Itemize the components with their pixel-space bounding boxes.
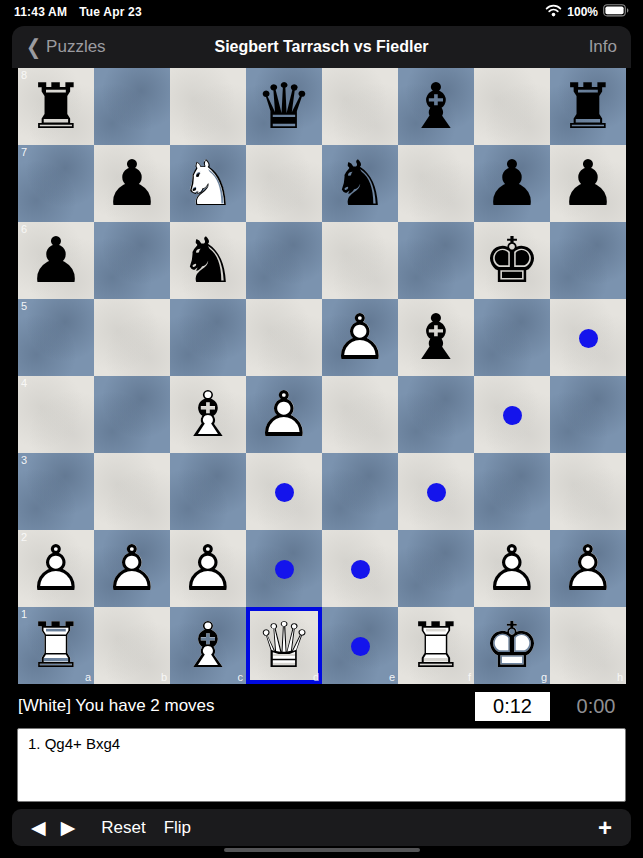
piece-white-pawn[interactable]: ♟♙ — [94, 530, 170, 607]
square-f6[interactable] — [398, 222, 474, 299]
move-hint-dot-d3[interactable] — [275, 483, 294, 502]
rank-label-6: 6 — [21, 223, 27, 235]
piece-white-pawn[interactable]: ♟♙ — [474, 530, 550, 607]
square-g2[interactable]: ♟♙ — [474, 530, 550, 607]
piece-black-rook[interactable]: ♜ — [18, 68, 94, 145]
piece-white-bishop[interactable]: ♝♗ — [170, 376, 246, 453]
move-hint-dot-e1[interactable] — [351, 637, 370, 656]
square-h6[interactable] — [550, 222, 626, 299]
square-h2[interactable]: ♟♙ — [550, 530, 626, 607]
nav-bar: ❮ Puzzles Siegbert Tarrasch vs Fiedler I… — [12, 26, 631, 68]
square-f3[interactable] — [398, 453, 474, 530]
square-b4[interactable] — [94, 376, 170, 453]
step-forward-button[interactable]: ▶ — [61, 818, 76, 837]
step-back-button[interactable]: ◀ — [31, 818, 46, 837]
piece-black-knight[interactable]: ♞ — [322, 145, 398, 222]
square-b8[interactable] — [94, 68, 170, 145]
move-hint-dot-f3[interactable] — [427, 483, 446, 502]
square-e8[interactable] — [322, 68, 398, 145]
square-d4[interactable]: ♟♙ — [246, 376, 322, 453]
battery-percent: 100% — [567, 5, 598, 19]
piece-white-rook[interactable]: ♜♖ — [18, 607, 94, 684]
square-g5[interactable] — [474, 299, 550, 376]
square-h4[interactable] — [550, 376, 626, 453]
square-g3[interactable] — [474, 453, 550, 530]
square-f8[interactable]: ♝ — [398, 68, 474, 145]
rank-label-8: 8 — [21, 69, 27, 81]
back-button-puzzles[interactable]: ❮ Puzzles — [26, 36, 106, 58]
file-label-d: d — [313, 671, 319, 683]
piece-white-pawn[interactable]: ♟♙ — [322, 299, 398, 376]
file-label-h: h — [617, 671, 623, 683]
square-f2[interactable] — [398, 530, 474, 607]
file-label-b: b — [161, 671, 167, 683]
square-c2[interactable]: ♟♙ — [170, 530, 246, 607]
clock-date: Tue Apr 23 — [79, 5, 142, 19]
square-a6[interactable]: 6♟ — [18, 222, 94, 299]
square-f5[interactable]: ♝ — [398, 299, 474, 376]
bottom-toolbar: ◀ ▶ Reset Flip + — [12, 809, 631, 846]
square-e6[interactable] — [322, 222, 398, 299]
file-label-e: e — [389, 671, 395, 683]
piece-black-bishop[interactable]: ♝ — [398, 68, 474, 145]
square-f4[interactable] — [398, 376, 474, 453]
board-container: 8♜♛♝♜7♟♞♘♞♟♟6♟♞♚5♟♙♝4♝♗♟♙32♟♙♟♙♟♙♟♙♟♙1a♜… — [18, 68, 626, 684]
square-a5[interactable]: 5 — [18, 299, 94, 376]
piece-white-king[interactable]: ♚♔ — [474, 607, 550, 684]
square-c5[interactable] — [170, 299, 246, 376]
add-button[interactable]: + — [598, 816, 612, 840]
square-f1[interactable]: f♜♖ — [398, 607, 474, 684]
square-b3[interactable] — [94, 453, 170, 530]
rank-label-7: 7 — [21, 146, 27, 158]
file-label-c: c — [238, 671, 244, 683]
clock-time: 11:43 AM — [14, 5, 67, 19]
piece-white-bishop[interactable]: ♝♗ — [170, 607, 246, 684]
piece-white-pawn[interactable]: ♟♙ — [18, 530, 94, 607]
active-timer: 0:12 — [475, 692, 550, 721]
piece-black-pawn[interactable]: ♟ — [18, 222, 94, 299]
square-a8[interactable]: 8♜ — [18, 68, 94, 145]
turn-message: [White] You have 2 moves — [18, 696, 215, 716]
square-c6[interactable]: ♞ — [170, 222, 246, 299]
square-e1[interactable]: e — [322, 607, 398, 684]
square-h7[interactable]: ♟ — [550, 145, 626, 222]
square-e3[interactable] — [322, 453, 398, 530]
square-d8[interactable]: ♛ — [246, 68, 322, 145]
square-b5[interactable] — [94, 299, 170, 376]
home-indicator[interactable] — [224, 848, 420, 852]
square-f7[interactable] — [398, 145, 474, 222]
square-e4[interactable] — [322, 376, 398, 453]
square-d6[interactable] — [246, 222, 322, 299]
flip-button[interactable]: Flip — [164, 818, 191, 838]
wifi-icon — [545, 4, 562, 20]
square-c1[interactable]: c♝♗ — [170, 607, 246, 684]
move-hint-dot-g4[interactable] — [503, 406, 522, 425]
square-g1[interactable]: g♚♔ — [474, 607, 550, 684]
piece-white-rook[interactable]: ♜♖ — [398, 607, 474, 684]
rank-label-1: 1 — [21, 608, 27, 620]
move-hint-dot-d2[interactable] — [275, 560, 294, 579]
rank-label-2: 2 — [21, 531, 27, 543]
rank-label-3: 3 — [21, 454, 27, 466]
square-d7[interactable] — [246, 145, 322, 222]
square-h8[interactable]: ♜ — [550, 68, 626, 145]
piece-white-pawn[interactable]: ♟♙ — [550, 530, 626, 607]
piece-black-pawn[interactable]: ♟ — [94, 145, 170, 222]
square-a3[interactable]: 3 — [18, 453, 94, 530]
square-d2[interactable] — [246, 530, 322, 607]
square-b7[interactable]: ♟ — [94, 145, 170, 222]
info-button[interactable]: Info — [589, 37, 617, 57]
move-hint-dot-h5[interactable] — [579, 329, 598, 348]
piece-black-knight[interactable]: ♞ — [170, 222, 246, 299]
square-g8[interactable] — [474, 68, 550, 145]
reset-button[interactable]: Reset — [101, 818, 145, 838]
square-h1[interactable]: h — [550, 607, 626, 684]
square-c8[interactable] — [170, 68, 246, 145]
square-a4[interactable]: 4 — [18, 376, 94, 453]
square-b2[interactable]: ♟♙ — [94, 530, 170, 607]
file-label-g: g — [541, 671, 547, 683]
piece-white-pawn[interactable]: ♟♙ — [246, 376, 322, 453]
square-d5[interactable] — [246, 299, 322, 376]
battery-icon — [603, 4, 629, 20]
rank-label-5: 5 — [21, 300, 27, 312]
square-a2[interactable]: 2♟♙ — [18, 530, 94, 607]
square-a7[interactable]: 7 — [18, 145, 94, 222]
square-a1[interactable]: 1a♜♖ — [18, 607, 94, 684]
game-status-row: [White] You have 2 moves 0:12 0:00 — [0, 684, 643, 728]
piece-white-pawn[interactable]: ♟♙ — [170, 530, 246, 607]
file-label-a: a — [85, 671, 91, 683]
piece-black-queen[interactable]: ♛ — [246, 68, 322, 145]
square-h3[interactable] — [550, 453, 626, 530]
piece-white-queen[interactable]: ♛♕ — [246, 607, 322, 684]
move-list[interactable]: 1. Qg4+ Bxg4 — [17, 728, 626, 802]
square-c4[interactable]: ♝♗ — [170, 376, 246, 453]
square-d3[interactable] — [246, 453, 322, 530]
square-g7[interactable]: ♟ — [474, 145, 550, 222]
square-e5[interactable]: ♟♙ — [322, 299, 398, 376]
square-g6[interactable]: ♚ — [474, 222, 550, 299]
move-hint-dot-e2[interactable] — [351, 560, 370, 579]
square-g4[interactable] — [474, 376, 550, 453]
rank-label-4: 4 — [21, 377, 27, 389]
secondary-timer: 0:00 — [567, 695, 625, 718]
piece-white-knight[interactable]: ♞♘ — [170, 145, 246, 222]
square-e2[interactable] — [322, 530, 398, 607]
file-label-f: f — [468, 671, 471, 683]
square-d1[interactable]: d♛♕ — [246, 607, 322, 684]
piece-black-pawn[interactable]: ♟ — [474, 145, 550, 222]
square-b1[interactable]: b — [94, 607, 170, 684]
square-h5[interactable] — [550, 299, 626, 376]
square-c7[interactable]: ♞♘ — [170, 145, 246, 222]
piece-black-king[interactable]: ♚ — [474, 222, 550, 299]
piece-black-rook[interactable]: ♜ — [550, 68, 626, 145]
piece-black-bishop[interactable]: ♝ — [398, 299, 474, 376]
back-button-label: Puzzles — [46, 37, 106, 57]
piece-black-pawn[interactable]: ♟ — [550, 145, 626, 222]
chess-board: 8♜♛♝♜7♟♞♘♞♟♟6♟♞♚5♟♙♝4♝♗♟♙32♟♙♟♙♟♙♟♙♟♙1a♜… — [18, 68, 626, 684]
square-b6[interactable] — [94, 222, 170, 299]
back-chevron-icon: ❮ — [26, 34, 41, 59]
square-e7[interactable]: ♞ — [322, 145, 398, 222]
ios-status-bar: 11:43 AM Tue Apr 23 100% — [0, 0, 643, 24]
square-c3[interactable] — [170, 453, 246, 530]
